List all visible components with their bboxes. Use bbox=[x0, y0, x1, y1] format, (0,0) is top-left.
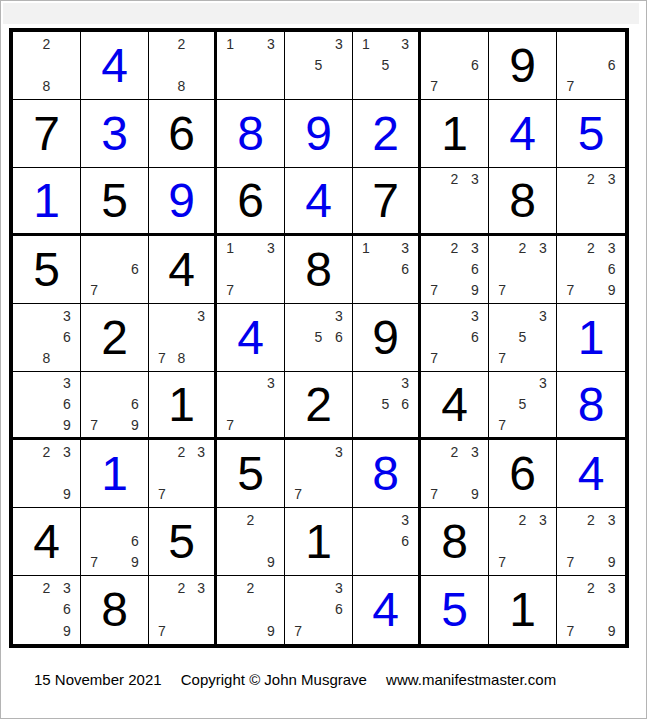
cell-r7c1[interactable]: 239 bbox=[13, 440, 81, 508]
given-digit: 1 bbox=[149, 372, 214, 437]
pencil-mark-7: 7 bbox=[84, 280, 104, 301]
pencil-mark-2: 2 bbox=[512, 237, 532, 258]
pencil-mark-3: 3 bbox=[261, 373, 281, 394]
cell-r8c3[interactable]: 5 bbox=[149, 508, 217, 576]
pencil-mark-6: 6 bbox=[465, 54, 485, 75]
pencil-marks: 2369 bbox=[16, 577, 77, 642]
pencil-mark-6: 6 bbox=[395, 394, 415, 415]
cell-r8c7[interactable]: 8 bbox=[421, 508, 489, 576]
cell-r2c3[interactable]: 6 bbox=[149, 100, 217, 168]
cell-r8c5[interactable]: 1 bbox=[285, 508, 353, 576]
given-digit: 6 bbox=[489, 440, 556, 507]
pencil-mark-3: 3 bbox=[191, 577, 211, 599]
pencil-mark-6: 6 bbox=[57, 394, 77, 415]
pencil-marks: 369 bbox=[16, 373, 77, 435]
cell-r2c4[interactable]: 8 bbox=[217, 100, 285, 168]
solved-digit: 1 bbox=[557, 304, 625, 371]
pencil-mark-2: 2 bbox=[172, 441, 192, 462]
pencil-marks: 378 bbox=[152, 305, 211, 369]
pencil-mark-9: 9 bbox=[125, 552, 145, 573]
pencil-marks: 67 bbox=[560, 33, 622, 97]
pencil-mark-2: 2 bbox=[444, 237, 464, 258]
solved-digit: 4 bbox=[285, 168, 352, 233]
pencil-mark-9: 9 bbox=[261, 552, 281, 573]
pencil-mark-5: 5 bbox=[512, 394, 532, 415]
cell-r6c2[interactable]: 679 bbox=[81, 372, 149, 440]
pencil-mark-8: 8 bbox=[172, 348, 192, 369]
cell-r9c1[interactable]: 2369 bbox=[13, 576, 81, 644]
cell-r1c4[interactable]: 13 bbox=[217, 32, 285, 100]
given-digit: 8 bbox=[81, 576, 148, 644]
cell-r4c2[interactable]: 67 bbox=[81, 236, 149, 304]
pencil-mark-2: 2 bbox=[240, 577, 260, 599]
cell-r7c6[interactable]: 8 bbox=[353, 440, 421, 508]
given-digit: 4 bbox=[149, 236, 214, 303]
cell-r5c1[interactable]: 368 bbox=[13, 304, 81, 372]
cell-r1c9[interactable]: 67 bbox=[557, 32, 625, 100]
pencil-mark-9: 9 bbox=[465, 484, 485, 505]
solved-digit: 1 bbox=[81, 440, 148, 507]
pencil-mark-2: 2 bbox=[444, 169, 464, 190]
pencil-mark-7: 7 bbox=[560, 280, 581, 301]
pencil-mark-3: 3 bbox=[533, 237, 553, 258]
pencil-mark-2: 2 bbox=[36, 33, 56, 54]
footer-copyright: Copyright © John Musgrave bbox=[181, 671, 367, 688]
given-digit: 4 bbox=[13, 508, 80, 575]
pencil-mark-6: 6 bbox=[601, 258, 622, 279]
cell-r7c5[interactable]: 37 bbox=[285, 440, 353, 508]
pencil-marks: 37 bbox=[288, 441, 349, 505]
pencil-mark-2: 2 bbox=[581, 509, 602, 530]
cell-r7c7[interactable]: 2379 bbox=[421, 440, 489, 508]
given-digit: 4 bbox=[421, 372, 488, 437]
solved-digit: 4 bbox=[353, 576, 418, 644]
pencil-mark-2: 2 bbox=[36, 577, 56, 599]
pencil-mark-3: 3 bbox=[465, 169, 485, 190]
pencil-mark-7: 7 bbox=[220, 414, 240, 435]
pencil-marks: 357 bbox=[492, 305, 553, 369]
cell-r9c4[interactable]: 29 bbox=[217, 576, 285, 644]
solved-digit: 3 bbox=[81, 100, 148, 167]
given-digit: 8 bbox=[285, 236, 352, 303]
pencil-mark-3: 3 bbox=[465, 305, 485, 326]
cell-r4c9[interactable]: 23679 bbox=[557, 236, 625, 304]
pencil-mark-2: 2 bbox=[581, 169, 602, 190]
given-digit: 5 bbox=[13, 236, 80, 303]
solved-digit: 8 bbox=[217, 100, 284, 167]
cell-r1c6[interactable]: 135 bbox=[353, 32, 421, 100]
given-digit: 1 bbox=[421, 100, 488, 167]
pencil-marks: 237 bbox=[492, 237, 553, 301]
solved-digit: 9 bbox=[149, 168, 214, 233]
cell-r6c6[interactable]: 356 bbox=[353, 372, 421, 440]
cell-r2c7[interactable]: 1 bbox=[421, 100, 489, 168]
cell-r5c6[interactable]: 9 bbox=[353, 304, 421, 372]
pencil-mark-9: 9 bbox=[261, 620, 281, 642]
cell-r9c6[interactable]: 4 bbox=[353, 576, 421, 644]
given-digit: 7 bbox=[353, 168, 418, 233]
pencil-mark-3: 3 bbox=[395, 237, 415, 258]
cell-r4c5[interactable]: 8 bbox=[285, 236, 353, 304]
pencil-mark-6: 6 bbox=[125, 258, 145, 279]
pencil-mark-6: 6 bbox=[465, 326, 485, 347]
pencil-marks: 36 bbox=[356, 509, 415, 573]
pencil-mark-3: 3 bbox=[533, 305, 553, 326]
pencil-marks: 368 bbox=[16, 305, 77, 369]
pencil-mark-8: 8 bbox=[36, 348, 56, 369]
pencil-mark-9: 9 bbox=[57, 620, 77, 642]
cell-r3c8[interactable]: 8 bbox=[489, 168, 557, 236]
pencil-marks: 29 bbox=[220, 577, 281, 642]
cell-r2c2[interactable]: 3 bbox=[81, 100, 149, 168]
cell-r7c9[interactable]: 4 bbox=[557, 440, 625, 508]
cell-r1c5[interactable]: 35 bbox=[285, 32, 353, 100]
pencil-mark-3: 3 bbox=[329, 577, 349, 599]
cell-r4c3[interactable]: 4 bbox=[149, 236, 217, 304]
pencil-mark-3: 3 bbox=[57, 441, 77, 462]
cell-r8c9[interactable]: 2379 bbox=[557, 508, 625, 576]
cell-r5c4[interactable]: 4 bbox=[217, 304, 285, 372]
pencil-marks: 28 bbox=[152, 33, 211, 97]
pencil-mark-1: 1 bbox=[220, 33, 240, 54]
pencil-marks: 67 bbox=[424, 33, 485, 97]
pencil-mark-9: 9 bbox=[57, 414, 77, 435]
cell-r3c1[interactable]: 1 bbox=[13, 168, 81, 236]
cell-r9c7[interactable]: 5 bbox=[421, 576, 489, 644]
solved-digit: 4 bbox=[217, 304, 284, 371]
cell-r4c1[interactable]: 5 bbox=[13, 236, 81, 304]
pencil-marks: 23 bbox=[560, 169, 622, 231]
sudoku-board: 2842813351356796773689214515964723823567… bbox=[9, 28, 629, 648]
pencil-marks: 367 bbox=[424, 305, 485, 369]
solved-digit: 9 bbox=[285, 100, 352, 167]
cell-r7c3[interactable]: 237 bbox=[149, 440, 217, 508]
pencil-mark-3: 3 bbox=[465, 441, 485, 462]
pencil-marks: 29 bbox=[220, 509, 281, 573]
pencil-marks: 239 bbox=[16, 441, 77, 505]
pencil-mark-1: 1 bbox=[356, 33, 376, 54]
footer: 15 November 2021 Copyright © John Musgra… bbox=[34, 671, 556, 688]
pencil-mark-7: 7 bbox=[492, 552, 512, 573]
pencil-mark-6: 6 bbox=[395, 258, 415, 279]
pencil-mark-6: 6 bbox=[57, 599, 77, 621]
cell-r5c5[interactable]: 356 bbox=[285, 304, 353, 372]
pencil-mark-3: 3 bbox=[465, 237, 485, 258]
pencil-mark-3: 3 bbox=[601, 169, 622, 190]
cell-r9c9[interactable]: 2379 bbox=[557, 576, 625, 644]
pencil-mark-9: 9 bbox=[601, 280, 622, 301]
cell-r5c9[interactable]: 1 bbox=[557, 304, 625, 372]
pencil-mark-5: 5 bbox=[376, 394, 396, 415]
pencil-mark-3: 3 bbox=[261, 237, 281, 258]
pencil-marks: 237 bbox=[152, 441, 211, 505]
solved-digit: 8 bbox=[557, 372, 625, 437]
cell-r4c8[interactable]: 237 bbox=[489, 236, 557, 304]
pencil-mark-1: 1 bbox=[356, 237, 376, 258]
pencil-mark-7: 7 bbox=[560, 620, 581, 642]
solved-digit: 4 bbox=[81, 32, 148, 99]
cell-r5c8[interactable]: 357 bbox=[489, 304, 557, 372]
given-digit: 1 bbox=[285, 508, 352, 575]
pencil-mark-1: 1 bbox=[220, 237, 240, 258]
solved-digit: 5 bbox=[421, 576, 488, 644]
pencil-mark-7: 7 bbox=[492, 414, 512, 435]
pencil-marks: 136 bbox=[356, 237, 415, 301]
pencil-mark-2: 2 bbox=[36, 441, 56, 462]
solved-digit: 1 bbox=[13, 168, 80, 233]
given-digit: 5 bbox=[217, 440, 284, 507]
pencil-mark-7: 7 bbox=[424, 484, 444, 505]
pencil-mark-6: 6 bbox=[125, 530, 145, 551]
cell-r6c3[interactable]: 1 bbox=[149, 372, 217, 440]
pencil-mark-8: 8 bbox=[36, 76, 56, 97]
footer-website: www.manifestmaster.com bbox=[386, 671, 556, 688]
solved-digit: 4 bbox=[557, 440, 625, 507]
pencil-mark-7: 7 bbox=[152, 484, 172, 505]
cell-r9c2[interactable]: 8 bbox=[81, 576, 149, 644]
cell-r4c4[interactable]: 137 bbox=[217, 236, 285, 304]
pencil-mark-7: 7 bbox=[424, 76, 444, 97]
pencil-marks: 67 bbox=[84, 237, 145, 301]
cell-r6c4[interactable]: 37 bbox=[217, 372, 285, 440]
pencil-mark-6: 6 bbox=[465, 258, 485, 279]
pencil-mark-9: 9 bbox=[125, 414, 145, 435]
pencil-mark-3: 3 bbox=[57, 305, 77, 326]
given-digit: 2 bbox=[81, 304, 148, 371]
cell-r4c7[interactable]: 23679 bbox=[421, 236, 489, 304]
pencil-mark-7: 7 bbox=[288, 620, 308, 642]
cell-r7c4[interactable]: 5 bbox=[217, 440, 285, 508]
pencil-mark-5: 5 bbox=[308, 326, 328, 347]
pencil-mark-9: 9 bbox=[601, 552, 622, 573]
pencil-mark-3: 3 bbox=[395, 373, 415, 394]
pencil-mark-9: 9 bbox=[465, 280, 485, 301]
given-digit: 8 bbox=[489, 168, 556, 233]
pencil-marks: 137 bbox=[220, 237, 281, 301]
given-digit: 6 bbox=[217, 168, 284, 233]
pencil-mark-8: 8 bbox=[172, 76, 192, 97]
pencil-marks: 2379 bbox=[560, 509, 622, 573]
given-digit: 5 bbox=[149, 508, 214, 575]
pencil-mark-7: 7 bbox=[560, 76, 581, 97]
solved-digit: 4 bbox=[489, 100, 556, 167]
pencil-mark-2: 2 bbox=[581, 577, 602, 599]
cell-r3c3[interactable]: 9 bbox=[149, 168, 217, 236]
pencil-mark-3: 3 bbox=[601, 509, 622, 530]
pencil-mark-3: 3 bbox=[57, 577, 77, 599]
pencil-marks: 356 bbox=[288, 305, 349, 369]
cell-r3c7[interactable]: 23 bbox=[421, 168, 489, 236]
pencil-marks: 37 bbox=[220, 373, 281, 435]
cell-r6c7[interactable]: 4 bbox=[421, 372, 489, 440]
given-digit: 1 bbox=[489, 576, 556, 644]
pencil-mark-3: 3 bbox=[601, 237, 622, 258]
pencil-mark-7: 7 bbox=[492, 280, 512, 301]
pencil-marks: 367 bbox=[288, 577, 349, 642]
cell-r5c2[interactable]: 2 bbox=[81, 304, 149, 372]
cell-r3c6[interactable]: 7 bbox=[353, 168, 421, 236]
cell-r6c9[interactable]: 8 bbox=[557, 372, 625, 440]
pencil-marks: 23 bbox=[424, 169, 485, 231]
cell-r1c2[interactable]: 4 bbox=[81, 32, 149, 100]
given-digit: 7 bbox=[13, 100, 80, 167]
cell-r8c2[interactable]: 679 bbox=[81, 508, 149, 576]
pencil-marks: 23679 bbox=[560, 237, 622, 301]
pencil-mark-7: 7 bbox=[84, 414, 104, 435]
pencil-marks: 2379 bbox=[560, 577, 622, 642]
cell-r6c5[interactable]: 2 bbox=[285, 372, 353, 440]
pencil-mark-5: 5 bbox=[376, 54, 396, 75]
pencil-marks: 23679 bbox=[424, 237, 485, 301]
pencil-mark-2: 2 bbox=[581, 237, 602, 258]
cell-r8c4[interactable]: 29 bbox=[217, 508, 285, 576]
pencil-mark-3: 3 bbox=[601, 577, 622, 599]
pencil-mark-7: 7 bbox=[492, 348, 512, 369]
pencil-mark-2: 2 bbox=[240, 509, 260, 530]
pencil-mark-7: 7 bbox=[220, 280, 240, 301]
cell-r2c6[interactable]: 2 bbox=[353, 100, 421, 168]
given-digit: 9 bbox=[353, 304, 418, 371]
given-digit: 9 bbox=[489, 32, 556, 99]
pencil-mark-2: 2 bbox=[512, 509, 532, 530]
pencil-mark-5: 5 bbox=[512, 326, 532, 347]
cell-r1c8[interactable]: 9 bbox=[489, 32, 557, 100]
cell-r3c9[interactable]: 23 bbox=[557, 168, 625, 236]
pencil-mark-7: 7 bbox=[424, 280, 444, 301]
pencil-mark-7: 7 bbox=[84, 552, 104, 573]
cell-r7c8[interactable]: 6 bbox=[489, 440, 557, 508]
solved-digit: 8 bbox=[353, 440, 418, 507]
given-digit: 5 bbox=[81, 168, 148, 233]
cell-r3c5[interactable]: 4 bbox=[285, 168, 353, 236]
pencil-mark-3: 3 bbox=[395, 33, 415, 54]
pencil-marks: 679 bbox=[84, 373, 145, 435]
pencil-mark-7: 7 bbox=[288, 484, 308, 505]
pencil-mark-3: 3 bbox=[329, 33, 349, 54]
pencil-mark-3: 3 bbox=[533, 509, 553, 530]
cell-r1c1[interactable]: 28 bbox=[13, 32, 81, 100]
cell-r8c6[interactable]: 36 bbox=[353, 508, 421, 576]
pencil-mark-3: 3 bbox=[533, 373, 553, 394]
cell-r9c5[interactable]: 367 bbox=[285, 576, 353, 644]
top-band bbox=[3, 3, 639, 24]
pencil-mark-2: 2 bbox=[444, 441, 464, 462]
pencil-mark-2: 2 bbox=[172, 577, 192, 599]
cell-r1c7[interactable]: 67 bbox=[421, 32, 489, 100]
pencil-marks: 2379 bbox=[424, 441, 485, 505]
pencil-mark-2: 2 bbox=[172, 33, 192, 54]
pencil-mark-6: 6 bbox=[329, 599, 349, 621]
pencil-mark-9: 9 bbox=[57, 484, 77, 505]
cell-r2c8[interactable]: 4 bbox=[489, 100, 557, 168]
cell-r2c5[interactable]: 9 bbox=[285, 100, 353, 168]
cell-r7c2[interactable]: 1 bbox=[81, 440, 149, 508]
pencil-marks: 356 bbox=[356, 373, 415, 435]
solved-digit: 5 bbox=[557, 100, 625, 167]
pencil-marks: 28 bbox=[16, 33, 77, 97]
pencil-marks: 679 bbox=[84, 509, 145, 573]
given-digit: 2 bbox=[285, 372, 352, 437]
pencil-mark-3: 3 bbox=[57, 373, 77, 394]
pencil-mark-5: 5 bbox=[308, 54, 328, 75]
cell-r8c8[interactable]: 237 bbox=[489, 508, 557, 576]
pencil-marks: 13 bbox=[220, 33, 281, 97]
pencil-mark-7: 7 bbox=[560, 552, 581, 573]
pencil-marks: 237 bbox=[492, 509, 553, 573]
cell-r5c3[interactable]: 378 bbox=[149, 304, 217, 372]
pencil-marks: 357 bbox=[492, 373, 553, 435]
pencil-mark-9: 9 bbox=[601, 620, 622, 642]
cell-r3c4[interactable]: 6 bbox=[217, 168, 285, 236]
given-digit: 6 bbox=[149, 100, 214, 167]
cell-r4c6[interactable]: 136 bbox=[353, 236, 421, 304]
solved-digit: 2 bbox=[353, 100, 418, 167]
cell-r6c1[interactable]: 369 bbox=[13, 372, 81, 440]
pencil-mark-7: 7 bbox=[152, 620, 172, 642]
pencil-marks: 237 bbox=[152, 577, 211, 642]
pencil-mark-7: 7 bbox=[152, 348, 172, 369]
cell-r5c7[interactable]: 367 bbox=[421, 304, 489, 372]
cell-r9c8[interactable]: 1 bbox=[489, 576, 557, 644]
pencil-mark-3: 3 bbox=[261, 33, 281, 54]
pencil-mark-3: 3 bbox=[191, 441, 211, 462]
cell-r2c9[interactable]: 5 bbox=[557, 100, 625, 168]
pencil-mark-3: 3 bbox=[395, 509, 415, 530]
pencil-mark-3: 3 bbox=[329, 441, 349, 462]
pencil-marks: 35 bbox=[288, 33, 349, 97]
pencil-marks: 135 bbox=[356, 33, 415, 97]
cell-r8c1[interactable]: 4 bbox=[13, 508, 81, 576]
pencil-mark-6: 6 bbox=[125, 394, 145, 415]
cell-r2c1[interactable]: 7 bbox=[13, 100, 81, 168]
pencil-mark-6: 6 bbox=[57, 326, 77, 347]
pencil-mark-6: 6 bbox=[329, 326, 349, 347]
pencil-mark-7: 7 bbox=[424, 348, 444, 369]
pencil-mark-6: 6 bbox=[601, 54, 622, 75]
cell-r9c3[interactable]: 237 bbox=[149, 576, 217, 644]
cell-r1c3[interactable]: 28 bbox=[149, 32, 217, 100]
pencil-mark-3: 3 bbox=[191, 305, 211, 326]
pencil-mark-6: 6 bbox=[395, 530, 415, 551]
cell-r6c8[interactable]: 357 bbox=[489, 372, 557, 440]
given-digit: 8 bbox=[421, 508, 488, 575]
pencil-mark-3: 3 bbox=[329, 305, 349, 326]
cell-r3c2[interactable]: 5 bbox=[81, 168, 149, 236]
footer-date: 15 November 2021 bbox=[34, 671, 162, 688]
